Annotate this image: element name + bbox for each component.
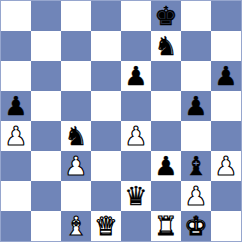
- square-d5[interactable]: [91, 91, 121, 121]
- square-h5[interactable]: [211, 91, 241, 121]
- square-c6[interactable]: [61, 61, 91, 91]
- square-e8[interactable]: [121, 1, 151, 31]
- square-b5[interactable]: [31, 91, 61, 121]
- square-g3[interactable]: ♝: [181, 151, 211, 181]
- black-knight-f7: ♞: [154, 31, 177, 61]
- black-queen-e2: ♛: [124, 181, 147, 211]
- square-f3[interactable]: ♟: [151, 151, 181, 181]
- chess-board: ♚♞♟♟♟♟♟♞♟♟♟♝♟♛♟♝♛♜♚: [0, 0, 242, 242]
- white-queen-d1: ♛: [94, 211, 117, 241]
- square-g4[interactable]: [181, 121, 211, 151]
- square-f6[interactable]: [151, 61, 181, 91]
- square-f8[interactable]: ♚: [151, 1, 181, 31]
- square-f1[interactable]: ♜: [151, 211, 181, 241]
- black-pawn-a5: ♟: [4, 91, 27, 121]
- square-e5[interactable]: [121, 91, 151, 121]
- square-h4[interactable]: [211, 121, 241, 151]
- square-e2[interactable]: ♛: [121, 181, 151, 211]
- square-h7[interactable]: [211, 31, 241, 61]
- square-d3[interactable]: [91, 151, 121, 181]
- square-d8[interactable]: [91, 1, 121, 31]
- square-g7[interactable]: [181, 31, 211, 61]
- square-c8[interactable]: [61, 1, 91, 31]
- square-b4[interactable]: [31, 121, 61, 151]
- square-f7[interactable]: ♞: [151, 31, 181, 61]
- square-g1[interactable]: ♚: [181, 211, 211, 241]
- black-bishop-g3: ♝: [184, 151, 207, 181]
- black-pawn-g5: ♟: [184, 91, 207, 121]
- square-c1[interactable]: ♝: [61, 211, 91, 241]
- square-b6[interactable]: [31, 61, 61, 91]
- square-f4[interactable]: [151, 121, 181, 151]
- square-c7[interactable]: [61, 31, 91, 61]
- square-a4[interactable]: ♟: [1, 121, 31, 151]
- square-a1[interactable]: [1, 211, 31, 241]
- square-g2[interactable]: ♟: [181, 181, 211, 211]
- square-g6[interactable]: [181, 61, 211, 91]
- white-pawn-h3: ♟: [214, 151, 237, 181]
- square-a7[interactable]: [1, 31, 31, 61]
- square-g5[interactable]: ♟: [181, 91, 211, 121]
- black-pawn-e6: ♟: [124, 61, 147, 91]
- square-c4[interactable]: ♞: [61, 121, 91, 151]
- square-b2[interactable]: [31, 181, 61, 211]
- square-c3[interactable]: ♟: [61, 151, 91, 181]
- white-pawn-g2: ♟: [184, 181, 207, 211]
- square-f2[interactable]: [151, 181, 181, 211]
- square-b8[interactable]: [31, 1, 61, 31]
- square-e4[interactable]: ♟: [121, 121, 151, 151]
- square-d6[interactable]: [91, 61, 121, 91]
- square-h1[interactable]: [211, 211, 241, 241]
- square-c2[interactable]: [61, 181, 91, 211]
- white-king-g1: ♚: [184, 211, 207, 241]
- black-pawn-h6: ♟: [214, 61, 237, 91]
- square-d2[interactable]: [91, 181, 121, 211]
- black-king-f8: ♚: [154, 1, 177, 31]
- square-h3[interactable]: ♟: [211, 151, 241, 181]
- black-knight-c4: ♞: [64, 121, 87, 151]
- square-a3[interactable]: [1, 151, 31, 181]
- square-e6[interactable]: ♟: [121, 61, 151, 91]
- white-bishop-c1: ♝: [64, 211, 87, 241]
- square-e3[interactable]: [121, 151, 151, 181]
- square-d4[interactable]: [91, 121, 121, 151]
- square-e1[interactable]: [121, 211, 151, 241]
- square-e7[interactable]: [121, 31, 151, 61]
- square-h6[interactable]: ♟: [211, 61, 241, 91]
- square-b3[interactable]: [31, 151, 61, 181]
- square-f5[interactable]: [151, 91, 181, 121]
- black-pawn-f3: ♟: [154, 151, 177, 181]
- square-a5[interactable]: ♟: [1, 91, 31, 121]
- white-pawn-e4: ♟: [124, 121, 147, 151]
- square-g8[interactable]: [181, 1, 211, 31]
- square-b1[interactable]: [31, 211, 61, 241]
- square-b7[interactable]: [31, 31, 61, 61]
- square-h8[interactable]: [211, 1, 241, 31]
- square-a6[interactable]: [1, 61, 31, 91]
- square-c5[interactable]: [61, 91, 91, 121]
- white-pawn-c3: ♟: [64, 151, 87, 181]
- white-rook-f1: ♜: [154, 211, 177, 241]
- square-d1[interactable]: ♛: [91, 211, 121, 241]
- square-d7[interactable]: [91, 31, 121, 61]
- square-h2[interactable]: [211, 181, 241, 211]
- square-a2[interactable]: [1, 181, 31, 211]
- white-pawn-a4: ♟: [4, 121, 27, 151]
- square-a8[interactable]: [1, 1, 31, 31]
